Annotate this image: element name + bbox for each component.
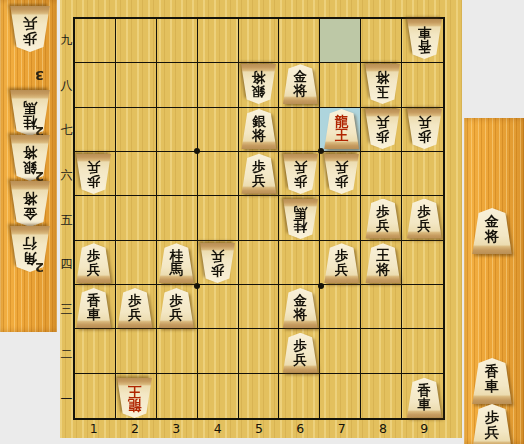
board-piece[interactable]: 歩兵 bbox=[282, 333, 319, 373]
rank-label: 八 bbox=[60, 77, 73, 94]
board-square[interactable] bbox=[116, 241, 157, 285]
shogi-board: 九八七六五四三二一123456789香車玉将金将銀将歩兵歩兵龍王銀将歩兵歩兵歩兵… bbox=[60, 0, 462, 438]
board-piece[interactable]: 歩兵 bbox=[75, 243, 112, 283]
piece-kanji: 将 bbox=[23, 191, 37, 206]
piece-kanji: 歩 bbox=[376, 204, 390, 218]
piece-kanji: 将 bbox=[294, 83, 308, 97]
hand-entry: 金将 bbox=[7, 181, 51, 227]
board-piece[interactable]: 香車 bbox=[75, 288, 112, 328]
board-square[interactable] bbox=[198, 329, 239, 373]
piece-kanji: 兵 bbox=[294, 352, 308, 366]
piece-kanji: 将 bbox=[23, 145, 37, 160]
board-square[interactable] bbox=[198, 196, 239, 240]
piece-kanji: 王 bbox=[128, 385, 142, 399]
board-square[interactable] bbox=[116, 63, 157, 107]
board-piece[interactable]: 歩兵 bbox=[364, 199, 401, 239]
board-piece[interactable]: 歩兵 bbox=[406, 109, 443, 149]
board-piece[interactable]: 歩兵 bbox=[158, 288, 195, 328]
hand-entry: 桂馬2 bbox=[7, 90, 51, 136]
hand-tray-sente: 歩兵3桂馬2銀将2金将角行2 bbox=[0, 0, 57, 332]
piece-kanji: 車 bbox=[87, 307, 101, 321]
board-square[interactable] bbox=[361, 374, 402, 418]
board-square[interactable] bbox=[279, 19, 320, 63]
board-piece[interactable]: 龍王 bbox=[116, 378, 153, 418]
piece-kanji: 兵 bbox=[211, 250, 225, 264]
board-square[interactable] bbox=[402, 329, 443, 373]
piece-kanji: 香 bbox=[485, 364, 499, 379]
board-piece[interactable]: 桂馬 bbox=[158, 243, 195, 283]
piece-kanji: 金 bbox=[294, 293, 308, 307]
piece-kanji: 兵 bbox=[418, 116, 432, 130]
board-square[interactable] bbox=[402, 152, 443, 196]
board-square[interactable] bbox=[279, 108, 320, 152]
rank-label: 五 bbox=[60, 212, 73, 229]
piece-kanji: 兵 bbox=[335, 262, 349, 276]
board-square[interactable] bbox=[402, 285, 443, 329]
piece-kanji: 歩 bbox=[211, 264, 225, 278]
board-square[interactable] bbox=[157, 374, 198, 418]
board-square[interactable] bbox=[116, 196, 157, 240]
piece-kanji: 歩 bbox=[23, 31, 37, 46]
board-piece[interactable]: 香車 bbox=[406, 378, 443, 418]
piece-kanji: 歩 bbox=[485, 410, 499, 425]
board-square[interactable] bbox=[75, 329, 116, 373]
file-label: 7 bbox=[321, 421, 362, 436]
piece-kanji: 兵 bbox=[87, 262, 101, 276]
rank-label: 九 bbox=[60, 32, 73, 49]
piece-kanji: 歩 bbox=[418, 204, 432, 218]
hand-piece[interactable]: 歩兵 bbox=[471, 404, 515, 444]
board-square[interactable] bbox=[279, 374, 320, 418]
board-square[interactable] bbox=[239, 196, 280, 240]
board-square[interactable] bbox=[320, 329, 361, 373]
piece-kanji: 王 bbox=[376, 248, 390, 262]
board-square[interactable] bbox=[75, 196, 116, 240]
piece-kanji: 将 bbox=[294, 307, 308, 321]
piece-kanji: 兵 bbox=[170, 307, 184, 321]
rank-label: 七 bbox=[60, 122, 73, 139]
board-square[interactable] bbox=[157, 329, 198, 373]
board-piece[interactable]: 歩兵 bbox=[75, 154, 112, 194]
rank-label: 二 bbox=[60, 346, 73, 363]
piece-kanji: 将 bbox=[376, 71, 390, 85]
board-piece[interactable]: 桂馬 bbox=[282, 199, 319, 239]
piece-kanji: 金 bbox=[23, 206, 37, 221]
board-square[interactable] bbox=[239, 19, 280, 63]
board-square[interactable] bbox=[402, 241, 443, 285]
piece-kanji: 兵 bbox=[335, 161, 349, 175]
hand-entry: 歩兵 bbox=[471, 404, 515, 444]
board-piece[interactable]: 歩兵 bbox=[323, 154, 360, 194]
board-square[interactable] bbox=[157, 19, 198, 63]
piece-kanji: 将 bbox=[252, 128, 266, 142]
piece-kanji: 車 bbox=[418, 397, 432, 411]
board-square[interactable] bbox=[320, 63, 361, 107]
file-label: 5 bbox=[238, 421, 279, 436]
board-piece[interactable]: 玉将 bbox=[364, 64, 401, 104]
hand-tray-gote: 金将香車歩兵 bbox=[464, 118, 524, 444]
piece-kanji: 兵 bbox=[23, 16, 37, 31]
board-square[interactable] bbox=[198, 19, 239, 63]
board-square[interactable] bbox=[320, 196, 361, 240]
hand-piece-count: 2 bbox=[35, 260, 44, 275]
piece-kanji: 車 bbox=[418, 26, 432, 40]
board-square[interactable] bbox=[361, 329, 402, 373]
piece-kanji: 歩 bbox=[87, 175, 101, 189]
piece-kanji: 香 bbox=[418, 383, 432, 397]
hand-piece[interactable]: 金将 bbox=[7, 181, 51, 227]
board-square[interactable] bbox=[75, 374, 116, 418]
rank-label: 三 bbox=[60, 301, 73, 318]
piece-kanji: 王 bbox=[335, 128, 349, 142]
piece-kanji: 歩 bbox=[294, 175, 308, 189]
board-piece[interactable]: 歩兵 bbox=[364, 109, 401, 149]
star-point bbox=[318, 283, 324, 289]
piece-kanji: 歩 bbox=[294, 338, 308, 352]
piece-kanji: 歩 bbox=[87, 248, 101, 262]
board-square[interactable] bbox=[320, 374, 361, 418]
hand-piece[interactable]: 金将 bbox=[471, 208, 515, 254]
board-piece[interactable]: 王将 bbox=[364, 243, 401, 283]
hand-piece[interactable]: 香車 bbox=[471, 358, 515, 404]
board-piece[interactable]: 歩兵 bbox=[323, 243, 360, 283]
hand-entry: 香車 bbox=[471, 358, 515, 404]
board-piece[interactable]: 金将 bbox=[282, 64, 319, 104]
hand-piece[interactable]: 桂馬 bbox=[7, 90, 51, 136]
board-piece[interactable]: 金将 bbox=[282, 288, 319, 328]
piece-kanji: 銀 bbox=[252, 114, 266, 128]
piece-kanji: 金 bbox=[485, 214, 499, 229]
file-label: 1 bbox=[73, 421, 114, 436]
piece-kanji: 兵 bbox=[376, 116, 390, 130]
piece-kanji: 歩 bbox=[335, 248, 349, 262]
board-square[interactable] bbox=[116, 108, 157, 152]
board-square[interactable] bbox=[239, 374, 280, 418]
piece-kanji: 銀 bbox=[252, 85, 266, 99]
file-label: 3 bbox=[156, 421, 197, 436]
board-square[interactable] bbox=[361, 285, 402, 329]
board-square[interactable] bbox=[320, 19, 361, 63]
board-piece[interactable]: 歩兵 bbox=[116, 288, 153, 328]
hand-entry: 金将 bbox=[471, 208, 515, 254]
piece-kanji: 香 bbox=[87, 293, 101, 307]
piece-kanji: 金 bbox=[294, 69, 308, 83]
board-square[interactable] bbox=[198, 152, 239, 196]
piece-kanji: 歩 bbox=[128, 293, 142, 307]
piece-kanji: 兵 bbox=[128, 307, 142, 321]
star-point bbox=[194, 283, 200, 289]
file-label: 8 bbox=[362, 421, 403, 436]
piece-kanji: 歩 bbox=[170, 293, 184, 307]
board-piece[interactable]: 銀将 bbox=[240, 109, 277, 149]
piece-kanji: 兵 bbox=[485, 425, 499, 440]
board-square[interactable] bbox=[157, 108, 198, 152]
board-square[interactable] bbox=[198, 63, 239, 107]
piece-kanji: 歩 bbox=[376, 130, 390, 144]
board-square[interactable] bbox=[198, 108, 239, 152]
board-piece[interactable]: 歩兵 bbox=[282, 154, 319, 194]
rank-label: 一 bbox=[60, 391, 73, 408]
piece-kanji: 将 bbox=[485, 229, 499, 244]
board-square[interactable] bbox=[116, 329, 157, 373]
board-square[interactable] bbox=[239, 241, 280, 285]
piece-kanji: 行 bbox=[23, 236, 37, 251]
board-piece[interactable]: 銀将 bbox=[240, 64, 277, 104]
board-square[interactable] bbox=[402, 63, 443, 107]
board-square[interactable] bbox=[75, 108, 116, 152]
hand-piece-count: 3 bbox=[35, 68, 44, 83]
board-piece[interactable]: 香車 bbox=[406, 19, 443, 59]
piece-kanji: 歩 bbox=[335, 175, 349, 189]
board-square[interactable] bbox=[239, 285, 280, 329]
board-piece[interactable]: 歩兵 bbox=[240, 154, 277, 194]
board-square[interactable] bbox=[75, 19, 116, 63]
file-label: 6 bbox=[280, 421, 321, 436]
piece-kanji: 香 bbox=[418, 40, 432, 54]
file-label: 9 bbox=[404, 421, 445, 436]
piece-kanji: 兵 bbox=[252, 173, 266, 187]
hand-piece[interactable]: 銀将 bbox=[7, 135, 51, 181]
board-piece[interactable]: 歩兵 bbox=[406, 199, 443, 239]
hand-entry: 角行2 bbox=[7, 226, 51, 272]
piece-kanji: 将 bbox=[376, 262, 390, 276]
file-label: 2 bbox=[114, 421, 155, 436]
board-piece[interactable]: 歩兵 bbox=[199, 243, 236, 283]
board-square[interactable] bbox=[157, 152, 198, 196]
file-label: 4 bbox=[197, 421, 238, 436]
board-square[interactable] bbox=[320, 285, 361, 329]
board-square[interactable] bbox=[198, 374, 239, 418]
hand-piece[interactable]: 角行 bbox=[7, 226, 51, 272]
piece-kanji: 兵 bbox=[294, 161, 308, 175]
board-square[interactable] bbox=[198, 285, 239, 329]
hand-entry: 銀将2 bbox=[7, 135, 51, 181]
board-square[interactable] bbox=[361, 152, 402, 196]
piece-kanji: 桂 bbox=[294, 220, 308, 234]
board-square[interactable] bbox=[239, 329, 280, 373]
board-square[interactable] bbox=[116, 19, 157, 63]
piece-kanji: 歩 bbox=[252, 159, 266, 173]
rank-label: 四 bbox=[60, 256, 73, 273]
piece-kanji: 歩 bbox=[418, 130, 432, 144]
piece-kanji: 兵 bbox=[87, 161, 101, 175]
piece-kanji: 馬 bbox=[170, 262, 184, 276]
hand-entry: 歩兵3 bbox=[7, 6, 51, 52]
rank-label: 六 bbox=[60, 167, 73, 184]
piece-kanji: 龍 bbox=[335, 114, 349, 128]
piece-kanji: 兵 bbox=[418, 218, 432, 232]
board-piece[interactable]: 龍王 bbox=[323, 109, 360, 149]
board-square[interactable] bbox=[279, 241, 320, 285]
hand-piece[interactable]: 歩兵 bbox=[7, 6, 51, 52]
piece-kanji: 馬 bbox=[294, 206, 308, 220]
piece-kanji: 玉 bbox=[376, 85, 390, 99]
piece-kanji: 龍 bbox=[128, 399, 142, 413]
board-square[interactable] bbox=[116, 152, 157, 196]
piece-kanji: 桂 bbox=[170, 248, 184, 262]
board-square[interactable] bbox=[361, 19, 402, 63]
piece-kanji: 兵 bbox=[376, 218, 390, 232]
piece-kanji: 車 bbox=[485, 379, 499, 394]
board-square[interactable] bbox=[75, 63, 116, 107]
board-square[interactable] bbox=[157, 196, 198, 240]
piece-kanji: 馬 bbox=[23, 100, 37, 115]
board-square[interactable] bbox=[157, 63, 198, 107]
piece-kanji: 将 bbox=[252, 71, 266, 85]
